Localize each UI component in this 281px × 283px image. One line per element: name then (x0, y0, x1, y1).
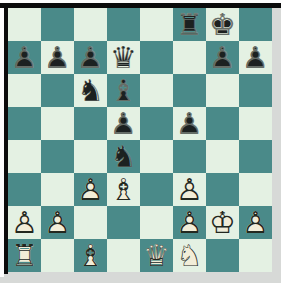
piece-glyph-outline: ♙ (173, 107, 206, 140)
square-e6[interactable] (140, 74, 173, 107)
square-h8[interactable] (239, 8, 272, 41)
black-king-g8: ♚♔ (206, 8, 239, 41)
square-d5[interactable]: ♟♙ (107, 107, 140, 140)
black-pawn-h7: ♟♙ (239, 41, 272, 74)
square-h7[interactable]: ♟♙ (239, 41, 272, 74)
black-queen-d7: ♛♕ (107, 41, 140, 74)
piece-glyph-outline: ♙ (74, 41, 107, 74)
square-c1[interactable]: ♝♗ (74, 239, 107, 272)
square-e5[interactable] (140, 107, 173, 140)
square-b1[interactable] (41, 239, 74, 272)
white-rook-a1: ♜♖ (8, 239, 41, 272)
square-g3[interactable] (206, 173, 239, 206)
square-h1[interactable] (239, 239, 272, 272)
square-g2[interactable]: ♚♔ (206, 206, 239, 239)
piece-glyph-outline: ♗ (74, 239, 107, 272)
black-rook-f8: ♜♖ (173, 8, 206, 41)
square-c6[interactable]: ♞♘ (74, 74, 107, 107)
square-g8[interactable]: ♚♔ (206, 8, 239, 41)
white-bishop-c1: ♝♗ (74, 239, 107, 272)
square-e8[interactable] (140, 8, 173, 41)
white-pawn-h2: ♟♙ (239, 206, 272, 239)
piece-glyph-outline: ♕ (107, 41, 140, 74)
square-g6[interactable] (206, 74, 239, 107)
piece-glyph-outline: ♙ (107, 107, 140, 140)
square-a2[interactable]: ♟♙ (8, 206, 41, 239)
piece-glyph-outline: ♘ (107, 140, 140, 173)
square-b5[interactable] (41, 107, 74, 140)
square-b3[interactable] (41, 173, 74, 206)
square-h2[interactable]: ♟♙ (239, 206, 272, 239)
square-e3[interactable] (140, 173, 173, 206)
square-g4[interactable] (206, 140, 239, 173)
square-h6[interactable] (239, 74, 272, 107)
square-d8[interactable] (107, 8, 140, 41)
square-c7[interactable]: ♟♙ (74, 41, 107, 74)
square-d3[interactable]: ♝♗ (107, 173, 140, 206)
white-king-g2: ♚♔ (206, 206, 239, 239)
white-pawn-f2: ♟♙ (173, 206, 206, 239)
square-a1[interactable]: ♜♖ (8, 239, 41, 272)
square-h5[interactable] (239, 107, 272, 140)
black-pawn-d5: ♟♙ (107, 107, 140, 140)
square-g7[interactable]: ♟♙ (206, 41, 239, 74)
white-pawn-b2: ♟♙ (41, 206, 74, 239)
piece-glyph-outline: ♙ (41, 41, 74, 74)
square-d7[interactable]: ♛♕ (107, 41, 140, 74)
piece-glyph-outline: ♙ (239, 41, 272, 74)
square-c5[interactable] (74, 107, 107, 140)
square-f3[interactable]: ♟♙ (173, 173, 206, 206)
piece-glyph-outline: ♘ (74, 74, 107, 107)
white-pawn-f3: ♟♙ (173, 173, 206, 206)
square-b8[interactable] (41, 8, 74, 41)
square-d6[interactable]: ♝♗ (107, 74, 140, 107)
piece-glyph-outline: ♗ (107, 74, 140, 107)
square-c8[interactable] (74, 8, 107, 41)
piece-glyph-outline: ♗ (107, 173, 140, 206)
piece-glyph-outline: ♙ (8, 206, 41, 239)
square-d2[interactable] (107, 206, 140, 239)
piece-glyph-outline: ♖ (8, 239, 41, 272)
black-pawn-a7: ♟♙ (8, 41, 41, 74)
square-a7[interactable]: ♟♙ (8, 41, 41, 74)
white-pawn-a2: ♟♙ (8, 206, 41, 239)
square-b7[interactable]: ♟♙ (41, 41, 74, 74)
piece-glyph-outline: ♙ (206, 41, 239, 74)
square-a5[interactable] (8, 107, 41, 140)
square-a6[interactable] (8, 74, 41, 107)
piece-glyph-outline: ♙ (41, 206, 74, 239)
square-d4[interactable]: ♞♘ (107, 140, 140, 173)
square-e7[interactable] (140, 41, 173, 74)
square-f8[interactable]: ♜♖ (173, 8, 206, 41)
square-f5[interactable]: ♟♙ (173, 107, 206, 140)
square-a8[interactable] (8, 8, 41, 41)
square-g5[interactable] (206, 107, 239, 140)
black-bishop-d6: ♝♗ (107, 74, 140, 107)
square-f1[interactable]: ♞♘ (173, 239, 206, 272)
square-f6[interactable] (173, 74, 206, 107)
piece-glyph-outline: ♕ (140, 239, 173, 272)
piece-glyph-outline: ♖ (173, 8, 206, 41)
square-b6[interactable] (41, 74, 74, 107)
square-c4[interactable] (74, 140, 107, 173)
black-knight-c6: ♞♘ (74, 74, 107, 107)
white-queen-e1: ♛♕ (140, 239, 173, 272)
piece-glyph-outline: ♔ (206, 8, 239, 41)
chess-board: ♜♖♚♔♟♙♟♙♟♙♛♕♟♙♟♙♞♘♝♗♟♙♟♙♞♘♟♙♝♗♟♙♟♙♟♙♟♙♚♔… (8, 8, 272, 272)
piece-glyph-outline: ♙ (173, 206, 206, 239)
piece-glyph-outline: ♙ (173, 173, 206, 206)
square-a3[interactable] (8, 173, 41, 206)
square-a4[interactable] (8, 140, 41, 173)
square-f7[interactable] (173, 41, 206, 74)
black-knight-d4: ♞♘ (107, 140, 140, 173)
square-h4[interactable] (239, 140, 272, 173)
square-b2[interactable]: ♟♙ (41, 206, 74, 239)
square-f4[interactable] (173, 140, 206, 173)
square-d1[interactable] (107, 239, 140, 272)
screenshot-root: ♜♖♚♔♟♙♟♙♟♙♛♕♟♙♟♙♞♘♝♗♟♙♟♙♞♘♟♙♝♗♟♙♟♙♟♙♟♙♚♔… (0, 0, 281, 283)
piece-glyph-outline: ♙ (239, 206, 272, 239)
square-c3[interactable]: ♟♙ (74, 173, 107, 206)
black-pawn-b7: ♟♙ (41, 41, 74, 74)
square-f2[interactable]: ♟♙ (173, 206, 206, 239)
black-pawn-c7: ♟♙ (74, 41, 107, 74)
white-bishop-d3: ♝♗ (107, 173, 140, 206)
black-pawn-f5: ♟♙ (173, 107, 206, 140)
square-e4[interactable] (140, 140, 173, 173)
piece-glyph-outline: ♔ (206, 206, 239, 239)
square-c2[interactable] (74, 206, 107, 239)
square-b4[interactable] (41, 140, 74, 173)
white-knight-f1: ♞♘ (173, 239, 206, 272)
piece-glyph-outline: ♘ (173, 239, 206, 272)
white-pawn-c3: ♟♙ (74, 173, 107, 206)
square-g1[interactable] (206, 239, 239, 272)
black-pawn-g7: ♟♙ (206, 41, 239, 74)
square-e1[interactable]: ♛♕ (140, 239, 173, 272)
piece-glyph-outline: ♙ (74, 173, 107, 206)
piece-glyph-outline: ♙ (8, 41, 41, 74)
square-e2[interactable] (140, 206, 173, 239)
square-h3[interactable] (239, 173, 272, 206)
